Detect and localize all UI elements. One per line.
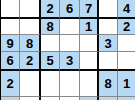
sudoku-cell[interactable] bbox=[99, 19, 118, 35]
sudoku-cell[interactable]: 6 bbox=[60, 0, 80, 19]
sudoku-cell[interactable] bbox=[60, 19, 80, 35]
sudoku-cell[interactable]: 5 bbox=[41, 52, 60, 71]
sudoku-cell[interactable] bbox=[41, 97, 60, 100]
sudoku-board: 26748129836253281 bbox=[0, 0, 135, 100]
sudoku-cell[interactable] bbox=[60, 35, 80, 52]
sudoku-cell[interactable] bbox=[20, 19, 41, 35]
sudoku-cell[interactable] bbox=[1, 19, 20, 35]
sudoku-cell[interactable]: 2 bbox=[1, 71, 20, 97]
sudoku-cell[interactable]: 6 bbox=[1, 52, 20, 71]
sudoku-cell[interactable] bbox=[60, 71, 80, 97]
sudoku-cell[interactable] bbox=[99, 97, 118, 100]
sudoku-cell[interactable]: 1 bbox=[80, 19, 99, 35]
sudoku-cell[interactable] bbox=[41, 71, 60, 97]
sudoku-cell[interactable] bbox=[99, 0, 118, 19]
sudoku-cell[interactable]: 7 bbox=[80, 0, 99, 19]
sudoku-cell[interactable] bbox=[20, 0, 41, 19]
sudoku-cell[interactable] bbox=[118, 35, 135, 52]
sudoku-cell[interactable]: 8 bbox=[20, 35, 41, 52]
sudoku-cell[interactable]: 8 bbox=[99, 71, 118, 97]
sudoku-cell[interactable] bbox=[41, 35, 60, 52]
sudoku-cell[interactable]: 3 bbox=[60, 52, 80, 71]
sudoku-cell[interactable] bbox=[80, 52, 99, 71]
sudoku-cell[interactable]: 2 bbox=[118, 19, 135, 35]
sudoku-cell[interactable] bbox=[20, 71, 41, 97]
sudoku-cell[interactable]: 9 bbox=[1, 35, 20, 52]
sudoku-cell[interactable]: 3 bbox=[99, 35, 118, 52]
sudoku-cell[interactable] bbox=[99, 52, 118, 71]
sudoku-cell[interactable] bbox=[118, 97, 135, 100]
sudoku-cell[interactable]: 1 bbox=[118, 71, 135, 97]
sudoku-cell[interactable] bbox=[20, 97, 41, 100]
sudoku-cell[interactable] bbox=[80, 71, 99, 97]
sudoku-cell[interactable] bbox=[60, 97, 80, 100]
sudoku-cell[interactable] bbox=[1, 97, 20, 100]
sudoku-cell[interactable]: 2 bbox=[41, 0, 60, 19]
sudoku-screenshot: 26748129836253281 bbox=[0, 0, 135, 100]
sudoku-cell[interactable] bbox=[80, 97, 99, 100]
sudoku-cell[interactable] bbox=[118, 52, 135, 71]
sudoku-cell[interactable]: 8 bbox=[41, 19, 60, 35]
sudoku-cell[interactable] bbox=[80, 35, 99, 52]
sudoku-cell[interactable]: 4 bbox=[118, 0, 135, 19]
sudoku-cell[interactable]: 2 bbox=[20, 52, 41, 71]
sudoku-cell[interactable] bbox=[1, 0, 20, 19]
